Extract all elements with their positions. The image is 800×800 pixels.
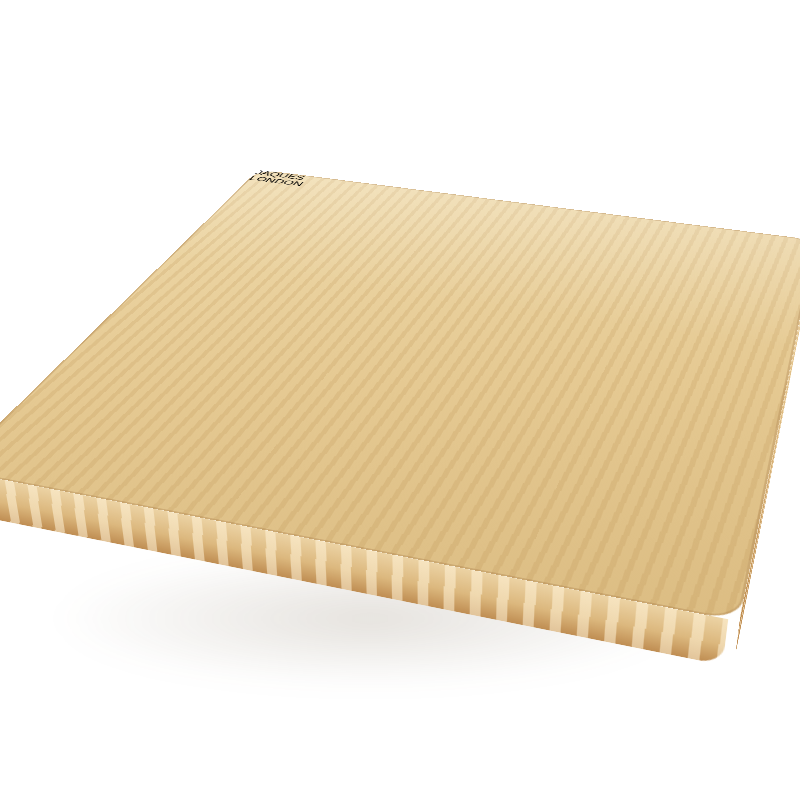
square-r7c0[interactable] <box>247 181 800 254</box>
piece-side <box>247 181 800 254</box>
piece-side <box>247 181 800 254</box>
piece-side <box>247 181 800 254</box>
piece-side <box>247 181 800 254</box>
piece-side <box>247 181 800 254</box>
piece-shadow <box>247 181 800 254</box>
piece-side <box>247 181 800 254</box>
square-r0c6[interactable] <box>247 181 800 254</box>
square-r5c2[interactable] <box>247 181 800 254</box>
piece-shadow <box>247 181 800 254</box>
piece-shadow <box>247 181 800 254</box>
square-r7c5[interactable] <box>247 181 800 254</box>
square-r5c4[interactable] <box>247 181 800 254</box>
piece-side <box>247 181 800 254</box>
square-r0c4[interactable] <box>247 181 800 254</box>
piece-side <box>247 181 800 254</box>
piece-side <box>247 181 800 254</box>
piece-side <box>247 181 800 254</box>
square-r5c0[interactable] <box>247 181 800 254</box>
piece-side <box>247 181 800 254</box>
piece-shadow <box>247 181 800 254</box>
square-r6c0[interactable] <box>247 181 800 254</box>
piece-side <box>247 181 800 254</box>
piece-side <box>247 181 800 254</box>
piece-side <box>247 181 800 254</box>
square-r6c1[interactable] <box>247 181 800 254</box>
piece-top-rings <box>247 181 800 254</box>
photo-background: JAQUES LONDON <box>0 0 800 800</box>
square-r5c6[interactable] <box>247 181 800 254</box>
square-r3c3[interactable] <box>247 181 800 254</box>
piece-side <box>247 181 800 254</box>
piece-top-rings <box>247 181 800 254</box>
checker-cream-man[interactable] <box>247 181 800 254</box>
checker-cream-man[interactable] <box>247 181 800 254</box>
square-r4c0[interactable] <box>247 181 800 254</box>
piece-shadow <box>247 181 800 254</box>
piece-side <box>247 181 800 254</box>
piece-shadow <box>247 181 800 254</box>
checker-brown-man[interactable] <box>247 181 800 254</box>
square-r3c1[interactable] <box>247 181 800 254</box>
piece-side <box>247 181 800 254</box>
piece-side <box>247 181 800 254</box>
square-r2c6[interactable] <box>247 181 800 254</box>
square-r4c5[interactable] <box>247 181 800 254</box>
square-r6c7[interactable] <box>247 181 800 254</box>
piece-side <box>247 181 800 254</box>
piece-side <box>247 181 800 254</box>
piece-side <box>247 181 800 254</box>
piece-side <box>247 181 800 254</box>
piece-shadow <box>247 181 800 254</box>
square-r2c1[interactable] <box>247 181 800 254</box>
square-r7c4[interactable] <box>247 181 800 254</box>
piece-top-rings <box>247 181 800 254</box>
square-r6c2[interactable] <box>247 181 800 254</box>
square-r2c7[interactable] <box>247 181 800 254</box>
checker-brown-man[interactable] <box>247 181 800 254</box>
piece-shadow <box>247 181 800 254</box>
piece-top-rings <box>247 181 800 254</box>
piece-side <box>247 181 800 254</box>
piece-top-rings <box>247 181 800 254</box>
piece-side <box>247 181 800 254</box>
checker-cream-man[interactable] <box>247 181 800 254</box>
piece-side <box>247 181 800 254</box>
square-r1c1[interactable] <box>247 181 800 254</box>
piece-side <box>247 181 800 254</box>
piece-shadow <box>247 181 800 254</box>
piece-side <box>247 181 800 254</box>
piece-side <box>247 181 800 254</box>
piece-shadow <box>247 181 800 254</box>
checker-brown-man[interactable] <box>247 181 800 254</box>
piece-top-rings <box>247 181 800 254</box>
piece-top-rings <box>247 181 800 254</box>
piece-side <box>247 181 800 254</box>
piece-side <box>247 181 800 254</box>
square-r0c5[interactable] <box>247 181 800 254</box>
square-r1c4[interactable] <box>247 181 800 254</box>
square-r4c2[interactable] <box>247 181 800 254</box>
square-r5c7[interactable] <box>247 181 800 254</box>
piece-side <box>247 181 800 254</box>
square-r7c6[interactable] <box>247 181 800 254</box>
piece-side <box>247 181 800 254</box>
piece-side <box>247 181 800 254</box>
piece-side <box>247 181 800 254</box>
playing-field-frame <box>247 181 800 254</box>
piece-side <box>247 181 800 254</box>
piece-shadow <box>247 181 800 254</box>
checker-brown-man[interactable] <box>247 181 800 254</box>
piece-top-rings <box>247 181 800 254</box>
piece-side <box>247 181 800 254</box>
checker-brown-man[interactable] <box>247 181 800 254</box>
piece-side <box>247 181 800 254</box>
piece-top-rings <box>247 181 800 254</box>
checkers-board: JAQUES LONDON <box>0 170 800 622</box>
square-r6c6[interactable] <box>247 181 800 254</box>
piece-side <box>247 181 800 254</box>
checker-cream-man[interactable] <box>247 181 800 254</box>
piece-side <box>247 181 800 254</box>
brand-city: LONDON <box>247 175 800 254</box>
piece-top-rings <box>247 181 800 254</box>
piece-side <box>247 181 800 254</box>
square-r3c2[interactable] <box>247 181 800 254</box>
square-r0c7[interactable] <box>247 181 800 254</box>
checker-cream-man[interactable] <box>247 181 800 254</box>
piece-top-rings <box>247 181 800 254</box>
piece-side <box>247 181 800 254</box>
square-r7c1[interactable] <box>247 181 800 254</box>
piece-shadow <box>247 181 800 254</box>
piece-side <box>247 181 800 254</box>
square-r4c6[interactable] <box>247 181 800 254</box>
square-r3c5[interactable] <box>247 181 800 254</box>
piece-side <box>247 181 800 254</box>
piece-side <box>247 181 800 254</box>
piece-side <box>247 181 800 254</box>
piece-top-rings <box>247 181 800 254</box>
piece-side <box>247 181 800 254</box>
square-r1c0[interactable] <box>247 181 800 254</box>
perspective-scene: JAQUES LONDON <box>0 0 800 800</box>
square-r3c6[interactable] <box>247 181 800 254</box>
checker-cream-man[interactable] <box>247 181 800 254</box>
piece-side <box>247 181 800 254</box>
piece-side <box>247 181 800 254</box>
piece-shadow <box>247 181 800 254</box>
piece-side <box>247 181 800 254</box>
checker-brown-man[interactable] <box>247 181 800 254</box>
piece-side <box>247 181 800 254</box>
piece-side <box>247 181 800 254</box>
piece-side <box>247 181 800 254</box>
square-r4c3[interactable] <box>247 181 800 254</box>
piece-shadow <box>247 181 800 254</box>
square-r0c0[interactable] <box>247 181 800 254</box>
piece-side <box>247 181 800 254</box>
piece-top-rings <box>247 181 800 254</box>
square-r4c7[interactable] <box>247 181 800 254</box>
brand-engraving: JAQUES LONDON <box>247 170 800 254</box>
square-r1c7[interactable] <box>247 181 800 254</box>
piece-shadow <box>247 181 800 254</box>
square-r5c1[interactable] <box>247 181 800 254</box>
checker-brown-man[interactable] <box>247 181 800 254</box>
piece-side <box>247 181 800 254</box>
piece-side <box>247 181 800 254</box>
piece-side <box>247 181 800 254</box>
piece-side <box>247 181 800 254</box>
piece-top-rings <box>247 181 800 254</box>
square-r7c7[interactable] <box>247 181 800 254</box>
checker-brown-man[interactable] <box>247 181 800 254</box>
piece-side <box>247 181 800 254</box>
piece-side <box>247 181 800 254</box>
piece-top-rings <box>247 181 800 254</box>
checker-cream-man[interactable] <box>247 181 800 254</box>
square-r1c5[interactable] <box>247 181 800 254</box>
piece-side <box>247 181 800 254</box>
piece-shadow <box>247 181 800 254</box>
square-r6c5[interactable] <box>247 181 800 254</box>
piece-top-rings <box>247 181 800 254</box>
square-r1c6[interactable] <box>247 181 800 254</box>
square-r3c4[interactable] <box>247 181 800 254</box>
square-r5c3[interactable] <box>247 181 800 254</box>
piece-shadow <box>247 181 800 254</box>
piece-side <box>247 181 800 254</box>
piece-top-rings <box>247 181 800 254</box>
square-r1c2[interactable] <box>247 181 800 254</box>
piece-side <box>247 181 800 254</box>
square-r6c4[interactable] <box>247 181 800 254</box>
piece-side <box>247 181 800 254</box>
checker-brown-man[interactable] <box>247 181 800 254</box>
square-r3c0[interactable] <box>247 181 800 254</box>
square-r7c3[interactable] <box>247 181 800 254</box>
square-r2c0[interactable] <box>247 181 800 254</box>
piece-top-rings <box>247 181 800 254</box>
piece-shadow <box>247 181 800 254</box>
piece-side <box>247 181 800 254</box>
checker-cream-man[interactable] <box>247 181 800 254</box>
square-r3c7[interactable] <box>247 181 800 254</box>
square-r4c4[interactable] <box>247 181 800 254</box>
piece-side <box>247 181 800 254</box>
piece-shadow <box>247 181 800 254</box>
piece-side <box>247 181 800 254</box>
piece-top-rings <box>247 181 800 254</box>
piece-side <box>247 181 800 254</box>
piece-side <box>247 181 800 254</box>
piece-top-rings <box>247 181 800 254</box>
checker-brown-man[interactable] <box>247 181 800 254</box>
piece-side <box>247 181 800 254</box>
piece-side <box>247 181 800 254</box>
piece-side <box>247 181 800 254</box>
piece-side <box>247 181 800 254</box>
square-r2c3[interactable] <box>247 181 800 254</box>
piece-side <box>247 181 800 254</box>
checker-brown-man[interactable] <box>247 181 800 254</box>
piece-side <box>247 181 800 254</box>
piece-side <box>247 181 800 254</box>
square-r5c5[interactable] <box>247 181 800 254</box>
piece-shadow <box>247 181 800 254</box>
piece-side <box>247 181 800 254</box>
square-r6c3[interactable] <box>247 181 800 254</box>
piece-side <box>247 181 800 254</box>
piece-side <box>247 181 800 254</box>
square-r0c3[interactable] <box>247 181 800 254</box>
piece-side <box>247 181 800 254</box>
square-r0c1[interactable] <box>247 181 800 254</box>
square-r2c5[interactable] <box>247 181 800 254</box>
piece-side <box>247 181 800 254</box>
checker-brown-man[interactable] <box>247 181 800 254</box>
square-r4c1[interactable] <box>247 181 800 254</box>
piece-side <box>247 181 800 254</box>
square-r1c3[interactable] <box>247 181 800 254</box>
piece-side <box>247 181 800 254</box>
square-r7c2[interactable] <box>247 181 800 254</box>
piece-shadow <box>247 181 800 254</box>
piece-shadow <box>247 181 800 254</box>
board-grid <box>247 181 800 254</box>
piece-side <box>247 181 800 254</box>
checker-cream-man[interactable] <box>247 181 800 254</box>
checker-cream-man[interactable] <box>247 181 800 254</box>
piece-top-rings <box>247 181 800 254</box>
board-top-surface: JAQUES LONDON <box>0 170 800 622</box>
piece-side <box>247 181 800 254</box>
piece-side <box>247 181 800 254</box>
piece-side <box>247 181 800 254</box>
checker-cream-man[interactable] <box>247 181 800 254</box>
piece-top-rings <box>247 181 800 254</box>
checker-cream-man[interactable] <box>247 181 800 254</box>
piece-side <box>247 181 800 254</box>
square-r2c4[interactable] <box>247 181 800 254</box>
piece-side <box>247 181 800 254</box>
piece-side <box>247 181 800 254</box>
piece-side <box>247 181 800 254</box>
square-r2c2[interactable] <box>247 181 800 254</box>
piece-top-rings <box>247 181 800 254</box>
piece-side <box>247 181 800 254</box>
piece-shadow <box>247 181 800 254</box>
piece-side <box>247 181 800 254</box>
piece-side <box>247 181 800 254</box>
piece-side <box>247 181 800 254</box>
piece-side <box>247 181 800 254</box>
square-r0c2[interactable] <box>247 181 800 254</box>
piece-shadow <box>247 181 800 254</box>
piece-top-rings <box>247 181 800 254</box>
piece-side <box>247 181 800 254</box>
